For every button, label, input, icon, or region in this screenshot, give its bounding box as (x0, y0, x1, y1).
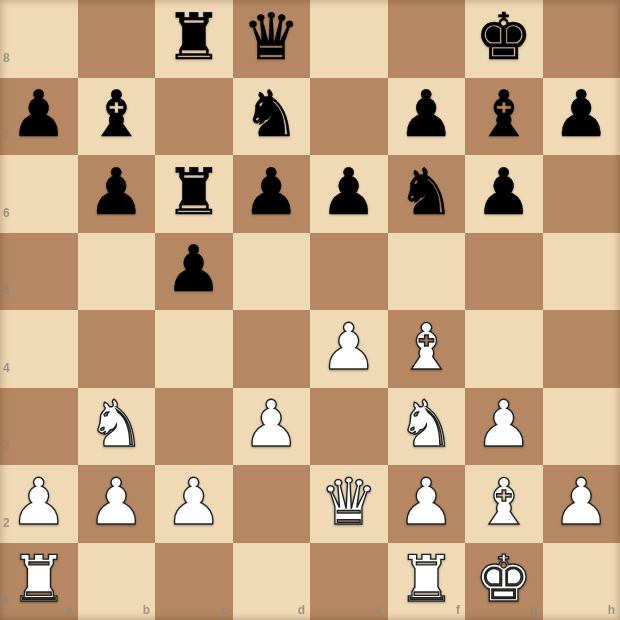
square-d6[interactable]: ♟ (233, 155, 311, 233)
piece-black-knight[interactable]: ♞ (398, 160, 455, 224)
file-label-c: c (221, 603, 228, 617)
square-a6[interactable]: 6 (0, 155, 78, 233)
square-b6[interactable]: ♟ (78, 155, 156, 233)
piece-white-pawn[interactable]: ♟ (320, 315, 377, 379)
square-b5[interactable] (78, 233, 156, 311)
square-g4[interactable] (465, 310, 543, 388)
square-h6[interactable] (543, 155, 620, 233)
square-c8[interactable]: ♜ (155, 0, 233, 78)
square-d8[interactable]: ♛ (233, 0, 311, 78)
square-c5[interactable]: ♟ (155, 233, 233, 311)
square-f3[interactable]: ♞ (388, 388, 466, 466)
square-a4[interactable]: 4 (0, 310, 78, 388)
square-c6[interactable]: ♜ (155, 155, 233, 233)
piece-black-pawn[interactable]: ♟ (10, 82, 67, 146)
piece-white-bishop[interactable]: ♝ (398, 315, 455, 379)
square-d5[interactable] (233, 233, 311, 311)
piece-white-pawn[interactable]: ♟ (243, 392, 300, 456)
square-h2[interactable]: ♟ (543, 465, 620, 543)
square-f6[interactable]: ♞ (388, 155, 466, 233)
square-h7[interactable]: ♟ (543, 78, 620, 156)
square-f8[interactable] (388, 0, 466, 78)
square-d2[interactable] (233, 465, 311, 543)
square-d7[interactable]: ♞ (233, 78, 311, 156)
piece-white-bishop[interactable]: ♝ (475, 470, 532, 534)
square-e6[interactable]: ♟ (310, 155, 388, 233)
rank-label-4: 4 (3, 361, 10, 375)
square-h8[interactable] (543, 0, 620, 78)
square-b4[interactable] (78, 310, 156, 388)
square-g5[interactable] (465, 233, 543, 311)
rank-label-8: 8 (3, 51, 10, 65)
piece-white-queen[interactable]: ♛ (320, 470, 377, 534)
piece-white-pawn[interactable]: ♟ (553, 470, 610, 534)
piece-black-rook[interactable]: ♜ (165, 160, 222, 224)
file-label-d: d (298, 603, 305, 617)
piece-black-pawn[interactable]: ♟ (475, 160, 532, 224)
piece-black-bishop[interactable]: ♝ (475, 82, 532, 146)
piece-black-bishop[interactable]: ♝ (88, 82, 145, 146)
square-f4[interactable]: ♝ (388, 310, 466, 388)
square-b2[interactable]: ♟ (78, 465, 156, 543)
piece-white-rook[interactable]: ♜ (10, 547, 67, 611)
piece-black-queen[interactable]: ♛ (243, 5, 300, 69)
piece-white-king[interactable]: ♚ (475, 547, 532, 611)
piece-white-pawn[interactable]: ♟ (88, 470, 145, 534)
square-h4[interactable] (543, 310, 620, 388)
square-d4[interactable] (233, 310, 311, 388)
piece-black-rook[interactable]: ♜ (165, 5, 222, 69)
square-f7[interactable]: ♟ (388, 78, 466, 156)
square-e3[interactable] (310, 388, 388, 466)
square-h1[interactable]: h (543, 543, 620, 620)
rank-label-6: 6 (3, 206, 10, 220)
square-c3[interactable] (155, 388, 233, 466)
square-a2[interactable]: ♟2 (0, 465, 78, 543)
file-label-e: e (376, 603, 383, 617)
square-e2[interactable]: ♛ (310, 465, 388, 543)
piece-white-knight[interactable]: ♞ (398, 392, 455, 456)
square-d3[interactable]: ♟ (233, 388, 311, 466)
square-g6[interactable]: ♟ (465, 155, 543, 233)
square-f1[interactable]: ♜f (388, 543, 466, 620)
piece-white-pawn[interactable]: ♟ (165, 470, 222, 534)
square-e7[interactable] (310, 78, 388, 156)
square-b7[interactable]: ♝ (78, 78, 156, 156)
square-g2[interactable]: ♝ (465, 465, 543, 543)
square-g1[interactable]: ♚g (465, 543, 543, 620)
square-e8[interactable] (310, 0, 388, 78)
square-c4[interactable] (155, 310, 233, 388)
square-h3[interactable] (543, 388, 620, 466)
piece-black-knight[interactable]: ♞ (243, 82, 300, 146)
square-a8[interactable]: 8 (0, 0, 78, 78)
square-a5[interactable]: 5 (0, 233, 78, 311)
rank-label-2: 2 (3, 516, 10, 530)
square-d1[interactable]: d (233, 543, 311, 620)
square-c2[interactable]: ♟ (155, 465, 233, 543)
square-b3[interactable]: ♞ (78, 388, 156, 466)
square-f2[interactable]: ♟ (388, 465, 466, 543)
square-a1[interactable]: ♜1a (0, 543, 78, 620)
piece-black-king[interactable]: ♚ (475, 5, 532, 69)
square-a3[interactable]: 3 (0, 388, 78, 466)
rank-label-7: 7 (3, 128, 10, 142)
rank-label-5: 5 (3, 283, 10, 297)
chess-board: 8♜♛♚♟7♝♞♟♝♟6♟♜♟♟♞♟5♟4♟♝3♞♟♞♟♟2♟♟♛♟♝♟♜1ab… (0, 0, 620, 620)
piece-black-pawn[interactable]: ♟ (398, 82, 455, 146)
square-c7[interactable] (155, 78, 233, 156)
piece-white-pawn[interactable]: ♟ (398, 470, 455, 534)
rank-label-1: 1 (3, 593, 10, 607)
piece-black-pawn[interactable]: ♟ (165, 237, 222, 301)
file-label-a: a (66, 603, 73, 617)
square-c1[interactable]: c (155, 543, 233, 620)
square-a7[interactable]: ♟7 (0, 78, 78, 156)
square-g7[interactable]: ♝ (465, 78, 543, 156)
piece-black-pawn[interactable]: ♟ (553, 82, 610, 146)
piece-black-pawn[interactable]: ♟ (88, 160, 145, 224)
file-label-f: f (456, 603, 460, 617)
square-g8[interactable]: ♚ (465, 0, 543, 78)
piece-black-pawn[interactable]: ♟ (320, 160, 377, 224)
square-e5[interactable] (310, 233, 388, 311)
square-e4[interactable]: ♟ (310, 310, 388, 388)
square-g3[interactable]: ♟ (465, 388, 543, 466)
piece-white-pawn[interactable]: ♟ (10, 470, 67, 534)
piece-white-pawn[interactable]: ♟ (475, 392, 532, 456)
square-e1[interactable]: e (310, 543, 388, 620)
file-label-g: g (530, 603, 537, 617)
file-label-b: b (143, 603, 150, 617)
piece-white-knight[interactable]: ♞ (88, 392, 145, 456)
square-f5[interactable] (388, 233, 466, 311)
piece-black-pawn[interactable]: ♟ (243, 160, 300, 224)
square-b8[interactable] (78, 0, 156, 78)
rank-label-3: 3 (3, 438, 10, 452)
square-b1[interactable]: b (78, 543, 156, 620)
piece-white-rook[interactable]: ♜ (398, 547, 455, 611)
file-label-h: h (608, 603, 615, 617)
square-h5[interactable] (543, 233, 620, 311)
